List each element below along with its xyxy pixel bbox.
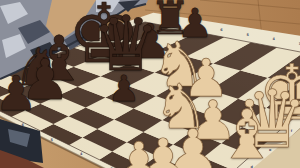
piece-white-pawn-a2[interactable]: ♟ <box>109 134 169 168</box>
piece-black-pawn-c5[interactable]: ♟ <box>106 71 142 107</box>
chess-game-photo-scene: 88aa77bb66cc55dd44ee33ff22gg11hh ♜♟♟♚♛♝♞… <box>0 0 300 168</box>
piece-black-pawn-a7[interactable]: ♟ <box>0 69 40 117</box>
coord-label: 3 <box>299 42 300 46</box>
